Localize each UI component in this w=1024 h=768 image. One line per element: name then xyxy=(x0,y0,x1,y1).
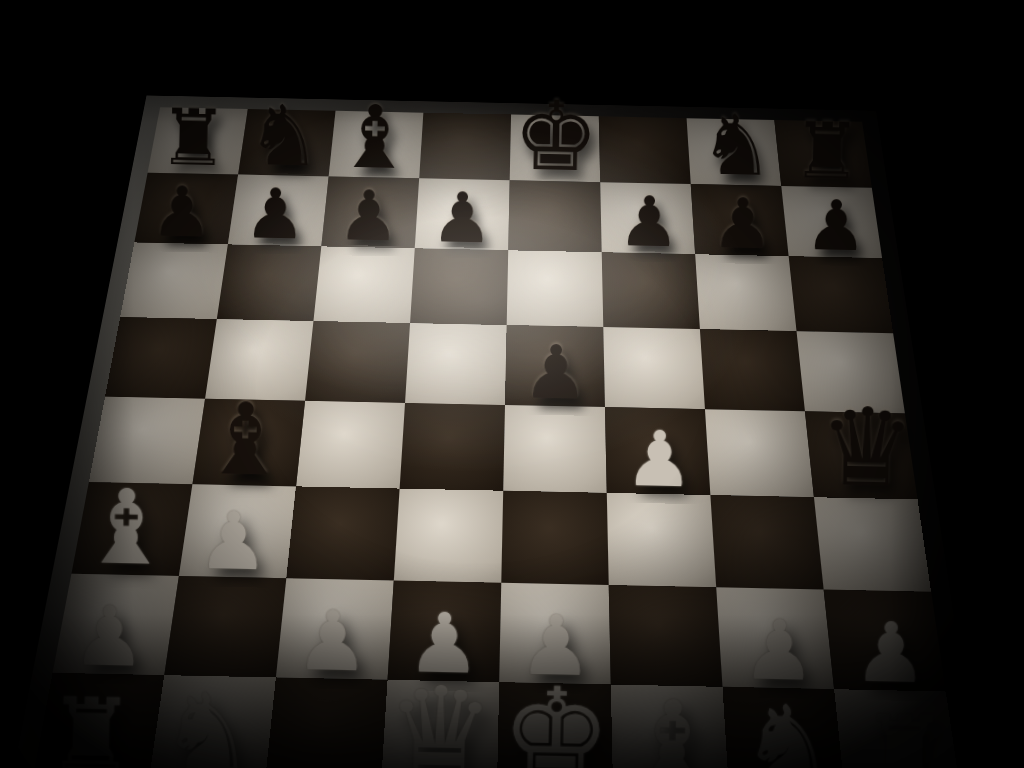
square-a8[interactable]: ♜ xyxy=(148,107,248,174)
black-pawn-a7[interactable]: ♟ xyxy=(150,179,213,244)
square-f2[interactable] xyxy=(609,585,723,687)
square-c1[interactable] xyxy=(265,677,388,768)
square-c8[interactable]: ♝ xyxy=(329,111,424,179)
square-h7[interactable]: ♟ xyxy=(781,186,882,258)
black-pawn-c7[interactable]: ♟ xyxy=(337,183,400,248)
white-rook-a1[interactable]: ♜ xyxy=(46,688,137,768)
white-king-e1[interactable]: ♚ xyxy=(500,676,613,768)
board-frame: ♜♞♝♚♞♜♟♟♟♟♟♟♟♟♝♟♛♝♟♟♟♟♟♟♟♜♞♛♚♝♞♜ xyxy=(7,95,985,768)
square-d7[interactable]: ♟ xyxy=(415,178,510,250)
square-e8[interactable]: ♚ xyxy=(510,115,601,183)
square-e7[interactable] xyxy=(508,180,601,252)
square-c6[interactable] xyxy=(313,246,414,323)
black-rook-h8[interactable]: ♜ xyxy=(792,115,863,188)
square-e4[interactable] xyxy=(503,405,607,493)
square-g2[interactable]: ♟ xyxy=(716,587,834,689)
white-pawn-c2[interactable]: ♟ xyxy=(295,602,371,680)
square-b4[interactable]: ♝ xyxy=(192,399,305,487)
chess-board[interactable]: ♜♞♝♚♞♜♟♟♟♟♟♟♟♟♝♟♛♝♟♟♟♟♟♟♟♜♞♛♚♝♞♜ xyxy=(32,107,961,768)
square-b3[interactable]: ♟ xyxy=(179,484,296,578)
square-h3[interactable] xyxy=(814,497,931,592)
black-bishop-c8[interactable]: ♝ xyxy=(335,97,415,179)
black-pawn-b7[interactable]: ♟ xyxy=(244,181,307,246)
square-f6[interactable] xyxy=(602,252,700,329)
black-king-e8[interactable]: ♚ xyxy=(512,92,600,182)
square-a1[interactable]: ♜ xyxy=(32,673,164,768)
square-b1[interactable]: ♞ xyxy=(148,675,275,768)
square-f1[interactable]: ♝ xyxy=(611,685,729,768)
white-queen-d1[interactable]: ♛ xyxy=(385,676,496,768)
square-h2[interactable]: ♟ xyxy=(824,590,946,692)
square-d3[interactable] xyxy=(394,489,503,583)
white-pawn-a2[interactable]: ♟ xyxy=(71,597,147,675)
square-c4[interactable] xyxy=(296,401,405,489)
black-queen-h4[interactable]: ♛ xyxy=(817,398,916,499)
black-pawn-d7[interactable]: ♟ xyxy=(431,185,494,250)
square-h8[interactable]: ♜ xyxy=(774,120,871,188)
white-pawn-h2[interactable]: ♟ xyxy=(853,614,929,692)
square-a3[interactable]: ♝ xyxy=(71,482,192,576)
square-f7[interactable]: ♟ xyxy=(600,182,695,254)
square-f3[interactable] xyxy=(607,493,716,587)
square-a6[interactable] xyxy=(120,242,228,319)
square-b8[interactable]: ♞ xyxy=(238,109,335,176)
white-pawn-f4[interactable]: ♟ xyxy=(624,423,694,495)
square-b2[interactable] xyxy=(164,576,286,677)
square-g8[interactable]: ♞ xyxy=(687,118,782,186)
square-g3[interactable] xyxy=(710,495,823,590)
square-c3[interactable] xyxy=(286,486,399,580)
black-pawn-h7[interactable]: ♟ xyxy=(804,193,867,258)
white-rook-h1[interactable]: ♜ xyxy=(859,705,950,768)
square-a7[interactable]: ♟ xyxy=(134,173,238,245)
white-pawn-g2[interactable]: ♟ xyxy=(741,611,817,689)
black-pawn-g7[interactable]: ♟ xyxy=(711,191,774,256)
chess-scene: ♜♞♝♚♞♜♟♟♟♟♟♟♟♟♝♟♛♝♟♟♟♟♟♟♟♜♞♛♚♝♞♜ xyxy=(78,0,931,768)
black-knight-g8[interactable]: ♞ xyxy=(699,108,775,186)
square-c7[interactable]: ♟ xyxy=(321,176,419,248)
square-e5[interactable]: ♟ xyxy=(505,325,605,407)
square-f5[interactable] xyxy=(603,327,705,409)
white-bishop-a3[interactable]: ♝ xyxy=(79,479,173,576)
white-bishop-f1[interactable]: ♝ xyxy=(621,690,723,768)
square-e3[interactable] xyxy=(501,491,608,585)
square-g5[interactable] xyxy=(700,329,805,411)
white-knight-g1[interactable]: ♞ xyxy=(739,696,837,768)
square-g1[interactable]: ♞ xyxy=(722,687,845,768)
square-h6[interactable] xyxy=(789,256,893,333)
square-d5[interactable] xyxy=(405,323,507,405)
black-pawn-e5[interactable]: ♟ xyxy=(522,337,590,406)
square-g6[interactable] xyxy=(695,254,796,331)
black-pawn-f7[interactable]: ♟ xyxy=(617,189,680,254)
square-d4[interactable] xyxy=(400,403,505,491)
square-d8[interactable] xyxy=(419,113,511,181)
white-knight-b1[interactable]: ♞ xyxy=(159,684,257,768)
square-g7[interactable]: ♟ xyxy=(691,184,789,256)
square-c2[interactable]: ♟ xyxy=(276,578,394,679)
square-e1[interactable]: ♚ xyxy=(497,682,613,768)
square-d6[interactable] xyxy=(410,248,508,325)
black-rook-a8[interactable]: ♜ xyxy=(158,101,229,174)
black-knight-b8[interactable]: ♞ xyxy=(246,98,322,176)
square-f4[interactable]: ♟ xyxy=(605,407,710,495)
square-c5[interactable] xyxy=(305,321,410,403)
square-b6[interactable] xyxy=(217,244,321,321)
square-f8[interactable] xyxy=(599,116,691,184)
white-pawn-b3[interactable]: ♟ xyxy=(197,503,270,578)
black-bishop-b4[interactable]: ♝ xyxy=(200,393,291,486)
square-a5[interactable] xyxy=(105,317,217,399)
square-d1[interactable]: ♛ xyxy=(381,680,499,768)
square-h1[interactable]: ♜ xyxy=(834,689,961,768)
square-e6[interactable] xyxy=(507,250,604,327)
scene-perspective: ♜♞♝♚♞♜♟♟♟♟♟♟♟♟♝♟♛♝♟♟♟♟♟♟♟♜♞♛♚♝♞♜ xyxy=(78,0,931,768)
square-b7[interactable]: ♟ xyxy=(228,175,329,247)
square-h4[interactable]: ♛ xyxy=(805,411,918,499)
square-a2[interactable]: ♟ xyxy=(53,574,179,675)
square-g4[interactable] xyxy=(705,409,814,497)
